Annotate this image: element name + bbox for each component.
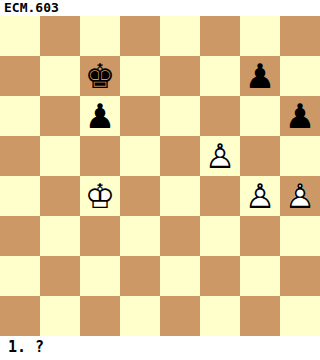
square-c6[interactable]: ♟ — [80, 96, 120, 136]
square-a7[interactable] — [0, 56, 40, 96]
square-g1[interactable] — [240, 296, 280, 336]
square-b4[interactable] — [40, 176, 80, 216]
square-c1[interactable] — [80, 296, 120, 336]
square-d2[interactable] — [120, 256, 160, 296]
square-f6[interactable] — [200, 96, 240, 136]
square-f7[interactable] — [200, 56, 240, 96]
white-pawn: ♙ — [200, 136, 240, 176]
white-king-fill: ♚ — [80, 176, 120, 216]
square-h2[interactable] — [280, 256, 320, 296]
square-e3[interactable] — [160, 216, 200, 256]
square-h4[interactable]: ♟♙ — [280, 176, 320, 216]
square-d5[interactable] — [120, 136, 160, 176]
square-c8[interactable] — [80, 16, 120, 56]
square-d1[interactable] — [120, 296, 160, 336]
square-b2[interactable] — [40, 256, 80, 296]
square-g3[interactable] — [240, 216, 280, 256]
square-a8[interactable] — [0, 16, 40, 56]
diagram-title: ECM.603 — [0, 0, 320, 16]
square-e5[interactable] — [160, 136, 200, 176]
square-a3[interactable] — [0, 216, 40, 256]
square-d6[interactable] — [120, 96, 160, 136]
square-d7[interactable] — [120, 56, 160, 96]
white-pawn-fill: ♟ — [240, 176, 280, 216]
square-d4[interactable] — [120, 176, 160, 216]
square-a4[interactable] — [0, 176, 40, 216]
move-prompt: 1. ? — [0, 336, 320, 360]
square-f5[interactable]: ♟♙ — [200, 136, 240, 176]
square-g8[interactable] — [240, 16, 280, 56]
white-pawn: ♙ — [280, 176, 320, 216]
square-g6[interactable] — [240, 96, 280, 136]
square-c3[interactable] — [80, 216, 120, 256]
black-pawn: ♟ — [80, 96, 120, 136]
square-h7[interactable] — [280, 56, 320, 96]
white-pawn-fill: ♟ — [200, 136, 240, 176]
square-f4[interactable] — [200, 176, 240, 216]
square-b6[interactable] — [40, 96, 80, 136]
square-c7[interactable]: ♚ — [80, 56, 120, 96]
square-a2[interactable] — [0, 256, 40, 296]
square-h1[interactable] — [280, 296, 320, 336]
square-g7[interactable]: ♟ — [240, 56, 280, 96]
square-b8[interactable] — [40, 16, 80, 56]
square-e6[interactable] — [160, 96, 200, 136]
square-b3[interactable] — [40, 216, 80, 256]
square-b5[interactable] — [40, 136, 80, 176]
square-g2[interactable] — [240, 256, 280, 296]
black-pawn: ♟ — [280, 96, 320, 136]
square-h3[interactable] — [280, 216, 320, 256]
square-c5[interactable] — [80, 136, 120, 176]
white-pawn: ♙ — [240, 176, 280, 216]
square-h8[interactable] — [280, 16, 320, 56]
square-f1[interactable] — [200, 296, 240, 336]
square-e2[interactable] — [160, 256, 200, 296]
square-e1[interactable] — [160, 296, 200, 336]
square-c4[interactable]: ♚♔ — [80, 176, 120, 216]
square-f8[interactable] — [200, 16, 240, 56]
white-king: ♔ — [80, 176, 120, 216]
square-b1[interactable] — [40, 296, 80, 336]
square-h5[interactable] — [280, 136, 320, 176]
square-c2[interactable] — [80, 256, 120, 296]
square-d3[interactable] — [120, 216, 160, 256]
square-a5[interactable] — [0, 136, 40, 176]
black-pawn: ♟ — [240, 56, 280, 96]
square-g5[interactable] — [240, 136, 280, 176]
square-h6[interactable]: ♟ — [280, 96, 320, 136]
square-g4[interactable]: ♟♙ — [240, 176, 280, 216]
black-king: ♚ — [80, 56, 120, 96]
square-e7[interactable] — [160, 56, 200, 96]
square-d8[interactable] — [120, 16, 160, 56]
square-b7[interactable] — [40, 56, 80, 96]
square-e8[interactable] — [160, 16, 200, 56]
square-f2[interactable] — [200, 256, 240, 296]
white-pawn-fill: ♟ — [280, 176, 320, 216]
square-f3[interactable] — [200, 216, 240, 256]
square-e4[interactable] — [160, 176, 200, 216]
square-a1[interactable] — [0, 296, 40, 336]
square-a6[interactable] — [0, 96, 40, 136]
chess-board: ♚♟♟♟♟♙♚♔♟♙♟♙ — [0, 16, 320, 336]
